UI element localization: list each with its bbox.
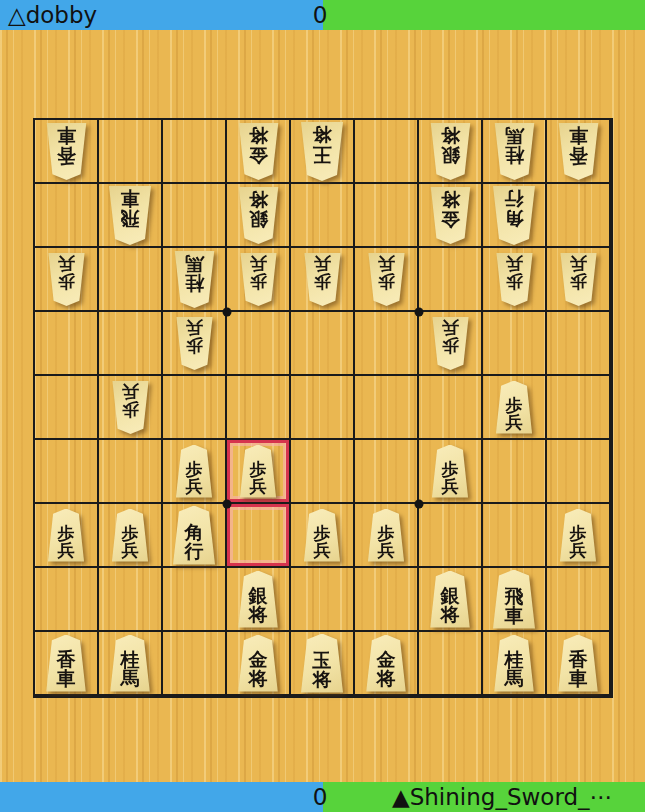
sente-piece-歩兵[interactable]: 歩兵 — [301, 509, 344, 562]
board-cell-6b[interactable]: 銀将 — [227, 184, 291, 248]
gote-piece-香車[interactable]: 香車 — [43, 123, 90, 180]
board-cell-9b[interactable] — [35, 184, 99, 248]
board-cell-7a[interactable] — [163, 120, 227, 184]
gote-captured-count: 0 — [313, 0, 328, 30]
board-cell-6g[interactable] — [227, 504, 291, 568]
board-cell-1f[interactable] — [547, 440, 611, 504]
board-cell-5c[interactable]: 歩兵 — [291, 248, 355, 312]
sente-piece-歩兵[interactable]: 歩兵 — [429, 445, 472, 498]
koma-face: 香車 — [43, 123, 90, 180]
board-cell-1h[interactable] — [547, 568, 611, 632]
board-cell-3f[interactable]: 歩兵 — [419, 440, 483, 504]
gote-bar-green-segment — [323, 0, 645, 30]
board-cell-2a[interactable]: 桂馬 — [483, 120, 547, 184]
board-cell-4i[interactable]: 金将 — [355, 632, 419, 696]
board-cell-1b[interactable] — [547, 184, 611, 248]
koma-face: 香車 — [555, 123, 602, 180]
board-cell-9c[interactable]: 歩兵 — [35, 248, 99, 312]
board-cell-6h[interactable]: 銀将 — [227, 568, 291, 632]
koma-face: 歩兵 — [173, 317, 216, 370]
sente-piece-銀将[interactable]: 銀将 — [235, 571, 282, 628]
koma-face: 金将 — [235, 123, 282, 180]
board-cell-8g[interactable]: 歩兵 — [99, 504, 163, 568]
board-cell-3h[interactable]: 銀将 — [419, 568, 483, 632]
board-cell-1d[interactable] — [547, 312, 611, 376]
sente-piece-角行[interactable]: 角行 — [169, 506, 219, 565]
board-cell-6e[interactable] — [227, 376, 291, 440]
koma-face: 桂馬 — [491, 123, 538, 180]
board-cell-7b[interactable] — [163, 184, 227, 248]
gote-piece-角行[interactable]: 角行 — [489, 186, 539, 245]
board-cell-6f[interactable]: 歩兵 — [227, 440, 291, 504]
hoshi-star-point — [223, 308, 232, 317]
board-cell-4c[interactable]: 歩兵 — [355, 248, 419, 312]
koma-face: 銀将 — [427, 571, 474, 628]
hoshi-star-point — [415, 500, 424, 509]
board-cell-8h[interactable] — [99, 568, 163, 632]
gote-piece-歩兵[interactable]: 歩兵 — [45, 253, 88, 306]
board-cell-2g[interactable] — [483, 504, 547, 568]
gote-player-name: △dobby — [8, 0, 97, 30]
koma-face: 香車 — [43, 635, 90, 692]
sente-piece-香車[interactable]: 香車 — [555, 635, 602, 692]
sente-piece-歩兵[interactable]: 歩兵 — [45, 509, 88, 562]
board-cell-9a[interactable]: 香車 — [35, 120, 99, 184]
board-cell-9h[interactable] — [35, 568, 99, 632]
koma-face: 金将 — [427, 187, 474, 244]
board-cell-6c[interactable]: 歩兵 — [227, 248, 291, 312]
board-cell-4h[interactable] — [355, 568, 419, 632]
board-cell-8c[interactable] — [99, 248, 163, 312]
koma-face: 銀将 — [235, 571, 282, 628]
board-cell-1a[interactable]: 香車 — [547, 120, 611, 184]
board-cell-7i[interactable] — [163, 632, 227, 696]
sente-piece-飛車[interactable]: 飛車 — [489, 570, 539, 629]
sente-piece-金将[interactable]: 金将 — [363, 635, 410, 692]
koma-face: 角行 — [169, 506, 219, 565]
gote-piece-金将[interactable]: 金将 — [235, 123, 282, 180]
koma-face: 歩兵 — [493, 381, 536, 434]
board-cell-4b[interactable] — [355, 184, 419, 248]
koma-face: 金将 — [363, 635, 410, 692]
koma-face: 歩兵 — [45, 509, 88, 562]
board-cell-9i[interactable]: 香車 — [35, 632, 99, 696]
sente-piece-桂馬[interactable]: 桂馬 — [107, 635, 154, 692]
board-cell-6d[interactable] — [227, 312, 291, 376]
board-cell-3i[interactable] — [419, 632, 483, 696]
koma-face: 歩兵 — [365, 509, 408, 562]
board-cell-5e[interactable] — [291, 376, 355, 440]
sente-piece-歩兵[interactable]: 歩兵 — [173, 445, 216, 498]
board-cell-1c[interactable]: 歩兵 — [547, 248, 611, 312]
sente-piece-金将[interactable]: 金将 — [235, 635, 282, 692]
koma-face: 歩兵 — [557, 253, 600, 306]
sente-piece-玉将[interactable]: 玉将 — [297, 634, 347, 693]
koma-face: 歩兵 — [237, 445, 280, 498]
board-cell-5a[interactable]: 王将 — [291, 120, 355, 184]
board-cell-9f[interactable] — [35, 440, 99, 504]
sente-piece-歩兵[interactable]: 歩兵 — [237, 445, 280, 498]
board-cell-8a[interactable] — [99, 120, 163, 184]
board-cell-8b[interactable]: 飛車 — [99, 184, 163, 248]
board-cell-3b[interactable]: 金将 — [419, 184, 483, 248]
board-cell-3a[interactable]: 銀将 — [419, 120, 483, 184]
koma-face: 歩兵 — [173, 445, 216, 498]
board-cell-5g[interactable]: 歩兵 — [291, 504, 355, 568]
gote-piece-飛車[interactable]: 飛車 — [105, 186, 155, 245]
board-cell-4g[interactable]: 歩兵 — [355, 504, 419, 568]
board-cell-7f[interactable]: 歩兵 — [163, 440, 227, 504]
board-cell-9g[interactable]: 歩兵 — [35, 504, 99, 568]
sente-captured-count: 0 — [313, 782, 328, 812]
koma-face: 歩兵 — [557, 509, 600, 562]
board-cell-4e[interactable] — [355, 376, 419, 440]
gote-piece-歩兵[interactable]: 歩兵 — [429, 317, 472, 370]
gote-piece-金将[interactable]: 金将 — [427, 187, 474, 244]
koma-face: 桂馬 — [491, 635, 538, 692]
koma-face: 王将 — [297, 122, 347, 181]
board-cell-8d[interactable] — [99, 312, 163, 376]
koma-face: 桂馬 — [107, 635, 154, 692]
sente-bar-blue-segment — [0, 782, 323, 812]
board-cell-2c[interactable]: 歩兵 — [483, 248, 547, 312]
gote-piece-歩兵[interactable]: 歩兵 — [493, 253, 536, 306]
board-cell-8e[interactable]: 歩兵 — [99, 376, 163, 440]
koma-face: 飛車 — [105, 186, 155, 245]
board-cell-2d[interactable] — [483, 312, 547, 376]
bottom-player-bar: 0 ▲Shining_Sword_⋯ — [0, 782, 645, 812]
koma-face: 玉将 — [297, 634, 347, 693]
sente-piece-歩兵[interactable]: 歩兵 — [557, 509, 600, 562]
board-cell-8i[interactable]: 桂馬 — [99, 632, 163, 696]
koma-face: 歩兵 — [301, 253, 344, 306]
gote-piece-歩兵[interactable]: 歩兵 — [173, 317, 216, 370]
koma-face: 歩兵 — [109, 381, 152, 434]
gote-piece-香車[interactable]: 香車 — [555, 123, 602, 180]
gote-piece-歩兵[interactable]: 歩兵 — [109, 381, 152, 434]
board-cell-9d[interactable] — [35, 312, 99, 376]
board-cell-6i[interactable]: 金将 — [227, 632, 291, 696]
koma-face: 歩兵 — [109, 509, 152, 562]
koma-face: 金将 — [235, 635, 282, 692]
board-cell-2i[interactable]: 桂馬 — [483, 632, 547, 696]
board-cell-5i[interactable]: 玉将 — [291, 632, 355, 696]
koma-face: 歩兵 — [237, 253, 280, 306]
board-cell-7d[interactable]: 歩兵 — [163, 312, 227, 376]
gote-piece-桂馬[interactable]: 桂馬 — [171, 251, 218, 308]
board-cell-2h[interactable]: 飛車 — [483, 568, 547, 632]
board-cell-5d[interactable] — [291, 312, 355, 376]
gote-piece-歩兵[interactable]: 歩兵 — [301, 253, 344, 306]
board-cell-2e[interactable]: 歩兵 — [483, 376, 547, 440]
board-cell-4a[interactable] — [355, 120, 419, 184]
board-cell-7g[interactable]: 角行 — [163, 504, 227, 568]
board-cell-1i[interactable]: 香車 — [547, 632, 611, 696]
top-player-bar: △dobby 0 — [0, 0, 645, 30]
hoshi-star-point — [415, 308, 424, 317]
board-cell-2f[interactable] — [483, 440, 547, 504]
gote-piece-歩兵[interactable]: 歩兵 — [237, 253, 280, 306]
board-cell-8f[interactable] — [99, 440, 163, 504]
board-cell-7c[interactable]: 桂馬 — [163, 248, 227, 312]
sente-piece-香車[interactable]: 香車 — [43, 635, 90, 692]
gote-piece-桂馬[interactable]: 桂馬 — [491, 123, 538, 180]
board-cell-7h[interactable] — [163, 568, 227, 632]
koma-face: 桂馬 — [171, 251, 218, 308]
sente-piece-銀将[interactable]: 銀将 — [427, 571, 474, 628]
board-cell-3e[interactable] — [419, 376, 483, 440]
board-cell-1g[interactable]: 歩兵 — [547, 504, 611, 568]
board-cell-5f[interactable] — [291, 440, 355, 504]
board-cell-7e[interactable] — [163, 376, 227, 440]
board-cell-5b[interactable] — [291, 184, 355, 248]
shogi-board[interactable]: 香車金将王将銀将桂馬香車飛車銀将金将角行歩兵桂馬歩兵歩兵歩兵歩兵歩兵歩兵歩兵歩兵… — [33, 118, 613, 698]
board-cell-3d[interactable]: 歩兵 — [419, 312, 483, 376]
sente-piece-歩兵[interactable]: 歩兵 — [365, 509, 408, 562]
koma-face: 香車 — [555, 635, 602, 692]
koma-face: 歩兵 — [365, 253, 408, 306]
koma-face: 歩兵 — [45, 253, 88, 306]
board-cell-3g[interactable] — [419, 504, 483, 568]
board-cell-5h[interactable] — [291, 568, 355, 632]
koma-face: 歩兵 — [429, 317, 472, 370]
koma-face: 歩兵 — [493, 253, 536, 306]
gote-piece-銀将[interactable]: 銀将 — [235, 187, 282, 244]
sente-piece-歩兵[interactable]: 歩兵 — [493, 381, 536, 434]
gote-piece-銀将[interactable]: 銀将 — [427, 123, 474, 180]
koma-face: 歩兵 — [301, 509, 344, 562]
board-cell-4f[interactable] — [355, 440, 419, 504]
board-cell-2b[interactable]: 角行 — [483, 184, 547, 248]
sente-piece-歩兵[interactable]: 歩兵 — [109, 509, 152, 562]
gote-piece-王将[interactable]: 王将 — [297, 122, 347, 181]
board-cell-3c[interactable] — [419, 248, 483, 312]
koma-face: 銀将 — [235, 187, 282, 244]
board-cell-1e[interactable] — [547, 376, 611, 440]
koma-face: 歩兵 — [429, 445, 472, 498]
koma-face: 角行 — [489, 186, 539, 245]
board-cell-4d[interactable] — [355, 312, 419, 376]
koma-face: 飛車 — [489, 570, 539, 629]
board-cell-9e[interactable] — [35, 376, 99, 440]
hoshi-star-point — [223, 500, 232, 509]
sente-player-name: ▲Shining_Sword_⋯ — [392, 782, 613, 812]
board-cell-6a[interactable]: 金将 — [227, 120, 291, 184]
gote-piece-歩兵[interactable]: 歩兵 — [557, 253, 600, 306]
sente-piece-桂馬[interactable]: 桂馬 — [491, 635, 538, 692]
koma-face: 銀将 — [427, 123, 474, 180]
gote-piece-歩兵[interactable]: 歩兵 — [365, 253, 408, 306]
